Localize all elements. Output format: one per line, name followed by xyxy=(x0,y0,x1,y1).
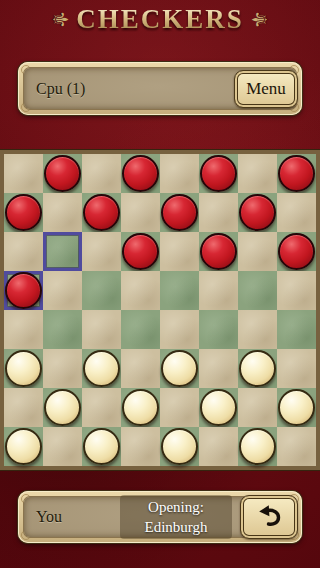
square-r4c6 xyxy=(199,271,238,310)
square-r1c4[interactable] xyxy=(121,154,160,193)
opponent-name: Cpu (1) xyxy=(24,80,85,98)
white-checker[interactable] xyxy=(83,350,120,387)
opening-name: Edinburgh xyxy=(144,517,207,537)
red-checker[interactable] xyxy=(200,233,237,270)
square-r4c7[interactable] xyxy=(238,271,277,310)
square-r4c2 xyxy=(43,271,82,310)
undo-arrow-icon xyxy=(254,504,284,530)
square-r4c5[interactable] xyxy=(160,271,199,310)
white-checker[interactable] xyxy=(83,428,120,465)
square-r7c8[interactable] xyxy=(277,388,316,427)
white-checker[interactable] xyxy=(278,389,315,426)
white-checker[interactable] xyxy=(122,389,159,426)
square-r8c6 xyxy=(199,427,238,466)
white-checker[interactable] xyxy=(239,350,276,387)
square-r3c4[interactable] xyxy=(121,232,160,271)
square-r8c3[interactable] xyxy=(82,427,121,466)
red-checker[interactable] xyxy=(83,194,120,231)
square-r3c7 xyxy=(238,232,277,271)
square-r3c6[interactable] xyxy=(199,232,238,271)
square-r5c2[interactable] xyxy=(43,310,82,349)
square-r6c6 xyxy=(199,349,238,388)
square-r7c3 xyxy=(82,388,121,427)
square-r5c7 xyxy=(238,310,277,349)
board xyxy=(0,150,320,470)
square-r8c1[interactable] xyxy=(4,427,43,466)
square-r2c1[interactable] xyxy=(4,193,43,232)
square-r5c5 xyxy=(160,310,199,349)
square-r4c4 xyxy=(121,271,160,310)
red-checker[interactable] xyxy=(122,233,159,270)
square-r8c8 xyxy=(277,427,316,466)
red-checker[interactable] xyxy=(200,155,237,192)
square-r2c8 xyxy=(277,193,316,232)
square-r3c3 xyxy=(82,232,121,271)
square-r7c4[interactable] xyxy=(121,388,160,427)
red-checker[interactable] xyxy=(5,194,42,231)
red-checker[interactable] xyxy=(278,233,315,270)
player-name: You xyxy=(24,508,62,526)
square-r3c8[interactable] xyxy=(277,232,316,271)
fleur-ornament-left-icon: ⚜ xyxy=(47,10,72,29)
square-r2c6 xyxy=(199,193,238,232)
square-r8c7[interactable] xyxy=(238,427,277,466)
white-checker[interactable] xyxy=(5,350,42,387)
square-r3c1 xyxy=(4,232,43,271)
square-r7c2[interactable] xyxy=(43,388,82,427)
square-r3c5 xyxy=(160,232,199,271)
square-r1c7 xyxy=(238,154,277,193)
square-r2c3[interactable] xyxy=(82,193,121,232)
square-r8c5[interactable] xyxy=(160,427,199,466)
square-r6c2 xyxy=(43,349,82,388)
square-r4c1[interactable] xyxy=(4,271,43,310)
square-r5c1 xyxy=(4,310,43,349)
square-r7c1 xyxy=(4,388,43,427)
title-bar: ⚜ CHECKERS ⚜ xyxy=(0,0,320,38)
square-r1c6[interactable] xyxy=(199,154,238,193)
square-r5c6[interactable] xyxy=(199,310,238,349)
square-r1c8[interactable] xyxy=(277,154,316,193)
square-r5c3 xyxy=(82,310,121,349)
square-r1c1 xyxy=(4,154,43,193)
square-r6c4 xyxy=(121,349,160,388)
square-r6c1[interactable] xyxy=(4,349,43,388)
square-r2c2 xyxy=(43,193,82,232)
white-checker[interactable] xyxy=(161,428,198,465)
square-r6c5[interactable] xyxy=(160,349,199,388)
square-r8c2 xyxy=(43,427,82,466)
red-checker[interactable] xyxy=(44,155,81,192)
square-r7c7 xyxy=(238,388,277,427)
square-r5c8[interactable] xyxy=(277,310,316,349)
square-r2c7[interactable] xyxy=(238,193,277,232)
undo-button[interactable] xyxy=(240,495,298,539)
square-r1c2[interactable] xyxy=(43,154,82,193)
red-checker[interactable] xyxy=(239,194,276,231)
square-r5c4[interactable] xyxy=(121,310,160,349)
white-checker[interactable] xyxy=(239,428,276,465)
square-r6c8 xyxy=(277,349,316,388)
white-checker[interactable] xyxy=(161,350,198,387)
white-checker[interactable] xyxy=(44,389,81,426)
red-checker[interactable] xyxy=(122,155,159,192)
opening-label: Opening: xyxy=(148,497,204,517)
square-r8c4 xyxy=(121,427,160,466)
square-r2c5[interactable] xyxy=(160,193,199,232)
red-checker[interactable] xyxy=(161,194,198,231)
opponent-bar: Cpu (1) Menu xyxy=(18,62,302,115)
square-r1c3 xyxy=(82,154,121,193)
square-r3c2[interactable] xyxy=(43,232,82,271)
fleur-ornament-right-icon: ⚜ xyxy=(248,10,273,29)
square-r4c3[interactable] xyxy=(82,271,121,310)
square-r7c6[interactable] xyxy=(199,388,238,427)
menu-button[interactable]: Menu xyxy=(234,70,298,108)
square-r6c7[interactable] xyxy=(238,349,277,388)
app-title: CHECKERS xyxy=(76,4,244,35)
square-r2c4 xyxy=(121,193,160,232)
square-r1c5 xyxy=(160,154,199,193)
square-r4c8 xyxy=(277,271,316,310)
square-r6c3[interactable] xyxy=(82,349,121,388)
red-checker[interactable] xyxy=(5,272,42,309)
player-bar: You Opening: Edinburgh xyxy=(18,491,302,543)
app-screen: ⚜ CHECKERS ⚜ Cpu (1) Menu You Opening: E… xyxy=(0,0,320,568)
square-r7c5 xyxy=(160,388,199,427)
white-checker[interactable] xyxy=(5,428,42,465)
opening-info: Opening: Edinburgh xyxy=(120,495,232,539)
red-checker[interactable] xyxy=(278,155,315,192)
white-checker[interactable] xyxy=(200,389,237,426)
